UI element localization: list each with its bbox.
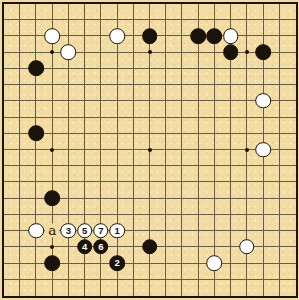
board-cell (134, 85, 150, 101)
board-cell (280, 199, 296, 215)
board-cell (247, 199, 263, 215)
board-cell (118, 182, 134, 198)
board-cell (199, 231, 215, 247)
board-cell (101, 101, 117, 117)
board-cell (36, 4, 52, 20)
board-cell (166, 134, 182, 150)
board-cell (134, 69, 150, 85)
board-cell (166, 231, 182, 247)
board-cell (280, 280, 296, 296)
board-cell (4, 20, 20, 36)
board-cell (69, 199, 85, 215)
board-cell (150, 150, 166, 166)
board-cell (264, 69, 280, 85)
white-stone-C5 (28, 223, 44, 239)
board-cell (182, 53, 198, 69)
board-cell (199, 199, 215, 215)
board-cell (69, 101, 85, 117)
board-cell (85, 4, 101, 20)
star-point (148, 50, 152, 54)
board-cell (215, 280, 231, 296)
board-cell (215, 199, 231, 215)
board-cell (36, 280, 52, 296)
board-cell (199, 182, 215, 198)
board-cell (85, 53, 101, 69)
board-cell (69, 166, 85, 182)
board-cell (166, 199, 182, 215)
board-cell (264, 4, 280, 20)
board-cell (101, 4, 117, 20)
board-cell (215, 85, 231, 101)
board-cell (264, 182, 280, 198)
black-stone-C15 (28, 61, 44, 77)
board-cell (101, 199, 117, 215)
board-cell (182, 247, 198, 263)
board-cell (4, 166, 20, 182)
board-cell (280, 231, 296, 247)
board-cell (182, 85, 198, 101)
board-cell (53, 118, 69, 134)
board-cell (166, 247, 182, 263)
board-cell (69, 264, 85, 280)
board-cell (280, 118, 296, 134)
board-cell (53, 85, 69, 101)
board-cell (36, 101, 52, 117)
board-cell (101, 134, 117, 150)
board-cell (182, 101, 198, 117)
black-stone-move-4: 4 (77, 239, 93, 255)
black-stone-N17 (207, 28, 223, 44)
board-cell (264, 118, 280, 134)
board-cell (69, 85, 85, 101)
board-cell (199, 101, 215, 117)
board-cell (182, 231, 198, 247)
board-cell (118, 101, 134, 117)
board-cell (85, 101, 101, 117)
board-cell (182, 134, 198, 150)
board-cell (166, 85, 182, 101)
board-cell (36, 85, 52, 101)
board-cell (85, 166, 101, 182)
board-cell (166, 20, 182, 36)
board-cell (280, 264, 296, 280)
board-cell (85, 69, 101, 85)
board-cell (247, 118, 263, 134)
board-cell (199, 280, 215, 296)
board-cell (20, 182, 36, 198)
board-cell (53, 166, 69, 182)
board-cell (166, 53, 182, 69)
board-cell (20, 264, 36, 280)
board-cell (85, 36, 101, 52)
board-cell (150, 101, 166, 117)
board-cell (4, 150, 20, 166)
white-stone-N3 (207, 255, 223, 271)
board-cell (231, 118, 247, 134)
board-cell (231, 85, 247, 101)
board-cell (101, 85, 117, 101)
black-stone-D3 (44, 255, 60, 271)
board-cell (231, 264, 247, 280)
board-cell (20, 280, 36, 296)
board-cell (118, 134, 134, 150)
star-point (50, 245, 54, 249)
board-cell (85, 182, 101, 198)
board-cell (264, 231, 280, 247)
board-cell (215, 134, 231, 150)
board-cell (69, 134, 85, 150)
board-cell (166, 118, 182, 134)
board-cell (166, 280, 182, 296)
board-cell (199, 215, 215, 231)
board-cell (280, 247, 296, 263)
white-stone-D17 (44, 28, 60, 44)
board-cell (118, 280, 134, 296)
board-cell (280, 101, 296, 117)
board-cell (53, 101, 69, 117)
board-cell (118, 118, 134, 134)
board-cell (215, 182, 231, 198)
board-cell (182, 199, 198, 215)
board-cell (166, 36, 182, 52)
board-cell (20, 36, 36, 52)
board-cell (53, 280, 69, 296)
board-cell (199, 53, 215, 69)
board-cell (215, 69, 231, 85)
white-stone-move-3: 3 (61, 223, 77, 239)
board-cell (69, 118, 85, 134)
board-cell (280, 182, 296, 198)
board-cell (150, 264, 166, 280)
board-cell (4, 85, 20, 101)
board-cell (247, 182, 263, 198)
board-cell (280, 134, 296, 150)
board-cell (69, 69, 85, 85)
board-cell (134, 215, 150, 231)
star-point (50, 50, 54, 54)
board-cell (4, 118, 20, 134)
board-cell (150, 182, 166, 198)
board-cell (101, 53, 117, 69)
board-cell (134, 118, 150, 134)
board-cell (280, 150, 296, 166)
board-cell (280, 215, 296, 231)
board-cell (215, 231, 231, 247)
board-cell (69, 280, 85, 296)
star-point (245, 148, 249, 152)
board-cell (118, 85, 134, 101)
board-cell (134, 199, 150, 215)
board-cell (264, 264, 280, 280)
board-cell (150, 215, 166, 231)
board-cell (166, 150, 182, 166)
white-stone-Q13 (255, 93, 271, 109)
board-cell (85, 150, 101, 166)
board-cell (4, 199, 20, 215)
board-cell (199, 85, 215, 101)
board-cell (182, 215, 198, 231)
board-cell (166, 182, 182, 198)
board-cell (20, 247, 36, 263)
black-stone-M17 (190, 28, 206, 44)
board-cell (118, 69, 134, 85)
board-cell (101, 166, 117, 182)
board-cell (4, 280, 20, 296)
board-cell (69, 20, 85, 36)
board-cell (247, 215, 263, 231)
white-stone-Q10 (255, 142, 271, 158)
board-cell (231, 280, 247, 296)
board-cell (182, 280, 198, 296)
board-cell (247, 4, 263, 20)
board-cell (20, 20, 36, 36)
board-cell (150, 166, 166, 182)
board-cell (182, 118, 198, 134)
board-cell (20, 85, 36, 101)
board-cell (101, 280, 117, 296)
board-cell (85, 280, 101, 296)
board-cell (101, 69, 117, 85)
board-cell (247, 280, 263, 296)
board-cell (4, 264, 20, 280)
board-cell (20, 4, 36, 20)
board-cell (247, 20, 263, 36)
board-cell (150, 118, 166, 134)
board-cell (85, 264, 101, 280)
board-cell (199, 118, 215, 134)
board-cell (280, 53, 296, 69)
board-cell (182, 264, 198, 280)
board-cell (231, 199, 247, 215)
board-cell (4, 215, 20, 231)
board-cell (4, 101, 20, 117)
white-stone-H17 (109, 28, 125, 44)
board-cell (134, 182, 150, 198)
board-cell (85, 134, 101, 150)
board-cell (199, 4, 215, 20)
board-cell (134, 264, 150, 280)
board-cell (85, 118, 101, 134)
board-cell (199, 134, 215, 150)
board-cell (134, 166, 150, 182)
board-cell (182, 4, 198, 20)
board-cell (280, 166, 296, 182)
white-stone-move-1: 1 (109, 223, 125, 239)
board-cell (166, 166, 182, 182)
board-cell (85, 85, 101, 101)
white-stone-move-5: 5 (77, 223, 93, 239)
board-cell (166, 264, 182, 280)
white-stone-E16 (61, 44, 77, 60)
black-stone-Q16 (255, 44, 271, 60)
board-cell (53, 134, 69, 150)
board-cell (101, 182, 117, 198)
board-cell (264, 247, 280, 263)
board-cell (20, 166, 36, 182)
board-cell (53, 4, 69, 20)
black-stone-O16 (223, 44, 239, 60)
board-cell (53, 150, 69, 166)
black-stone-move-6: 6 (93, 239, 109, 255)
board-cell (231, 215, 247, 231)
black-stone-K4 (142, 239, 158, 255)
board-cell (264, 20, 280, 36)
board-cell (150, 69, 166, 85)
white-stone-move-7: 7 (93, 223, 109, 239)
board-cell (231, 182, 247, 198)
board-cell (166, 69, 182, 85)
board-cell (150, 199, 166, 215)
board-cell (215, 150, 231, 166)
board-cell (4, 69, 20, 85)
board-cell (150, 85, 166, 101)
black-stone-D7 (44, 190, 60, 206)
board-cell (215, 101, 231, 117)
board-cell (150, 134, 166, 150)
board-cell (118, 150, 134, 166)
board-cell (182, 182, 198, 198)
board-cell (53, 69, 69, 85)
board-cell (166, 215, 182, 231)
board-cell (215, 166, 231, 182)
board-cell (280, 69, 296, 85)
board-cell (4, 182, 20, 198)
board-cell (4, 4, 20, 20)
board-cell (101, 118, 117, 134)
board-cell (20, 199, 36, 215)
star-point (50, 148, 54, 152)
board-cell (264, 166, 280, 182)
board-cell (182, 166, 198, 182)
board-cell (215, 118, 231, 134)
board-cell (150, 280, 166, 296)
board-cell (134, 150, 150, 166)
board-cell (215, 215, 231, 231)
star-point (148, 148, 152, 152)
board-cell (101, 150, 117, 166)
board-cell (280, 85, 296, 101)
board-cell (36, 150, 52, 166)
board-cell (118, 199, 134, 215)
board-cell (166, 101, 182, 117)
board-cell (247, 166, 263, 182)
board-cell (182, 69, 198, 85)
board-cell (150, 4, 166, 20)
board-cell (20, 150, 36, 166)
board-cell (4, 53, 20, 69)
board-cell (4, 247, 20, 263)
point-label-a: a (45, 223, 59, 237)
board-cell (231, 150, 247, 166)
star-point (245, 50, 249, 54)
black-stone-move-2: 2 (109, 255, 125, 271)
board-cell (134, 4, 150, 20)
board-cell (199, 150, 215, 166)
board-cell (264, 215, 280, 231)
board-cell (36, 166, 52, 182)
board-cell (231, 69, 247, 85)
board-cell (264, 199, 280, 215)
board-cell (264, 280, 280, 296)
board-cell (69, 4, 85, 20)
board-cell (118, 4, 134, 20)
board-cell (134, 53, 150, 69)
board-cell (4, 134, 20, 150)
board-cell (247, 69, 263, 85)
go-diagram: a1234567 (0, 0, 299, 300)
go-board: a1234567 (0, 0, 299, 300)
black-stone-K17 (142, 28, 158, 44)
board-cell (20, 101, 36, 117)
white-stone-Q4 (239, 239, 255, 255)
board-cell (69, 150, 85, 166)
board-cell (231, 4, 247, 20)
board-cell (134, 280, 150, 296)
white-stone-O17 (223, 28, 239, 44)
board-cell (199, 69, 215, 85)
board-cell (247, 264, 263, 280)
board-cell (215, 4, 231, 20)
board-cell (4, 231, 20, 247)
black-stone-C11 (28, 125, 44, 141)
board-cell (231, 101, 247, 117)
board-cell (118, 53, 134, 69)
board-cell (150, 53, 166, 69)
board-cell (85, 199, 101, 215)
board-cell (85, 20, 101, 36)
board-cell (280, 20, 296, 36)
board-cell (166, 4, 182, 20)
board-cell (199, 166, 215, 182)
board-cell (182, 150, 198, 166)
board-cell (134, 101, 150, 117)
board-cell (118, 166, 134, 182)
board-cell (280, 36, 296, 52)
board-cell (4, 36, 20, 52)
board-cell (69, 182, 85, 198)
board-cell (280, 4, 296, 20)
board-cell (231, 166, 247, 182)
